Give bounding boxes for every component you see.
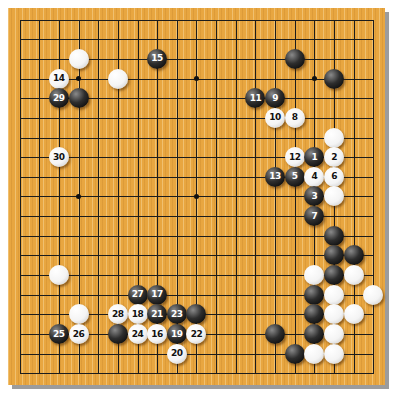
stone-white-move-26: 26 bbox=[69, 324, 89, 344]
star-point bbox=[76, 76, 81, 81]
stone-white bbox=[108, 69, 128, 89]
stone-white-move-30: 30 bbox=[49, 147, 69, 167]
stone-black bbox=[108, 324, 128, 344]
stone-black bbox=[265, 324, 285, 344]
star-point bbox=[76, 194, 81, 199]
stone-white bbox=[363, 285, 383, 305]
grid-line-vertical bbox=[373, 20, 374, 375]
stone-black bbox=[304, 285, 324, 305]
move-number-label: 4 bbox=[312, 172, 318, 181]
move-number-label: 30 bbox=[53, 153, 65, 162]
grid-line-horizontal bbox=[20, 255, 375, 256]
stone-white bbox=[324, 285, 344, 305]
stone-white bbox=[304, 344, 324, 364]
stone-white-move-22: 22 bbox=[186, 324, 206, 344]
stone-white-move-8: 8 bbox=[285, 108, 305, 128]
stone-black-move-9: 9 bbox=[265, 88, 285, 108]
stone-black-move-15: 15 bbox=[147, 49, 167, 69]
move-number-label: 18 bbox=[132, 310, 144, 319]
move-number-label: 1 bbox=[312, 153, 318, 162]
stone-white bbox=[69, 49, 89, 69]
grid-line-vertical bbox=[255, 20, 256, 375]
stone-white bbox=[304, 265, 324, 285]
stone-black-move-25: 25 bbox=[49, 324, 69, 344]
stone-black-move-27: 27 bbox=[128, 285, 148, 305]
move-number-label: 7 bbox=[312, 212, 318, 221]
star-point bbox=[194, 194, 199, 199]
stone-black-move-3: 3 bbox=[304, 186, 324, 206]
move-number-label: 25 bbox=[53, 330, 65, 339]
star-point bbox=[194, 76, 199, 81]
move-number-label: 26 bbox=[73, 330, 85, 339]
stone-black-move-19: 19 bbox=[167, 324, 187, 344]
stone-black-move-5: 5 bbox=[285, 167, 305, 187]
stone-white-move-14: 14 bbox=[49, 69, 69, 89]
stone-black bbox=[304, 304, 324, 324]
move-number-label: 10 bbox=[269, 113, 281, 122]
stone-black bbox=[344, 245, 364, 265]
move-number-label: 15 bbox=[151, 54, 163, 63]
move-number-label: 17 bbox=[151, 290, 163, 299]
stone-black-move-23: 23 bbox=[167, 304, 187, 324]
stone-white-move-28: 28 bbox=[108, 304, 128, 324]
move-number-label: 28 bbox=[112, 310, 124, 319]
stone-white bbox=[49, 265, 69, 285]
stone-white bbox=[324, 344, 344, 364]
move-number-label: 5 bbox=[292, 172, 298, 181]
stone-black-move-17: 17 bbox=[147, 285, 167, 305]
move-number-label: 3 bbox=[312, 192, 318, 201]
move-number-label: 2 bbox=[331, 153, 337, 162]
stone-white bbox=[324, 128, 344, 148]
stone-black bbox=[285, 49, 305, 69]
stone-black bbox=[285, 344, 305, 364]
stone-black-move-29: 29 bbox=[49, 88, 69, 108]
move-number-label: 27 bbox=[132, 290, 144, 299]
move-number-label: 11 bbox=[250, 94, 262, 103]
stone-white bbox=[69, 304, 89, 324]
stone-white bbox=[324, 186, 344, 206]
stone-black bbox=[324, 226, 344, 246]
stone-white-move-20: 20 bbox=[167, 344, 187, 364]
grid-line-horizontal bbox=[20, 236, 375, 237]
move-number-label: 6 bbox=[331, 172, 337, 181]
grid-line-vertical bbox=[275, 20, 276, 375]
stone-white bbox=[344, 304, 364, 324]
grid-line-vertical bbox=[236, 20, 237, 375]
move-number-label: 13 bbox=[269, 172, 281, 181]
stone-black-move-21: 21 bbox=[147, 304, 167, 324]
stone-black bbox=[324, 245, 344, 265]
stone-black bbox=[186, 304, 206, 324]
stone-white-move-16: 16 bbox=[147, 324, 167, 344]
stone-black-move-1: 1 bbox=[304, 147, 324, 167]
stone-white-move-10: 10 bbox=[265, 108, 285, 128]
move-number-label: 14 bbox=[53, 74, 65, 83]
stone-white-move-4: 4 bbox=[304, 167, 324, 187]
stone-white-move-6: 6 bbox=[324, 167, 344, 187]
move-number-label: 21 bbox=[151, 310, 163, 319]
move-number-label: 20 bbox=[171, 349, 183, 358]
stone-black-move-7: 7 bbox=[304, 206, 324, 226]
grid-line-vertical bbox=[295, 20, 296, 375]
star-point bbox=[312, 76, 317, 81]
move-number-label: 24 bbox=[132, 330, 144, 339]
move-number-label: 16 bbox=[151, 330, 163, 339]
stone-black bbox=[324, 265, 344, 285]
stone-white bbox=[324, 304, 344, 324]
stone-black-move-11: 11 bbox=[245, 88, 265, 108]
stone-white bbox=[344, 265, 364, 285]
stone-black bbox=[69, 88, 89, 108]
move-number-label: 29 bbox=[53, 94, 65, 103]
stone-black bbox=[304, 324, 324, 344]
stone-black-move-13: 13 bbox=[265, 167, 285, 187]
stone-white-move-24: 24 bbox=[128, 324, 148, 344]
stone-white-move-12: 12 bbox=[285, 147, 305, 167]
move-number-label: 8 bbox=[292, 113, 298, 122]
go-board: 1429151191083012121354637271728182123252… bbox=[8, 8, 385, 385]
grid-line-horizontal bbox=[20, 373, 375, 374]
page: 1429151191083012121354637271728182123252… bbox=[0, 0, 400, 400]
stone-white bbox=[324, 324, 344, 344]
grid-line-vertical bbox=[216, 20, 217, 375]
move-number-label: 23 bbox=[171, 310, 183, 319]
stone-white-move-2: 2 bbox=[324, 147, 344, 167]
move-number-label: 19 bbox=[171, 330, 183, 339]
move-number-label: 9 bbox=[272, 94, 278, 103]
stone-black bbox=[324, 69, 344, 89]
stone-white-move-18: 18 bbox=[128, 304, 148, 324]
move-number-label: 22 bbox=[191, 330, 203, 339]
move-number-label: 12 bbox=[289, 153, 301, 162]
